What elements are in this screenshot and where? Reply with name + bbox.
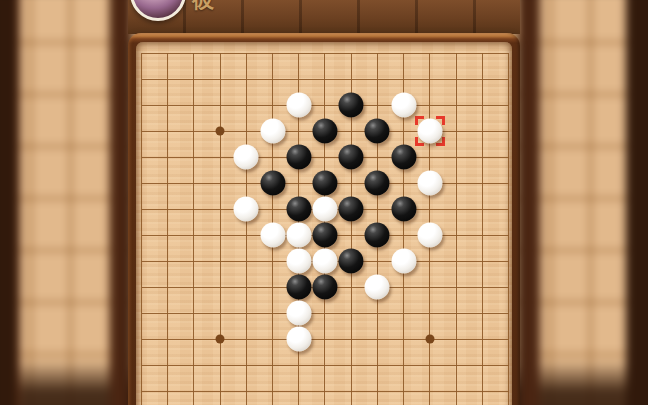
top-bar: 彼 — [128, 0, 520, 34]
stone-black — [312, 171, 337, 196]
grid-line-horizontal — [142, 365, 509, 366]
grid-line-vertical — [246, 53, 247, 405]
stone-white — [312, 249, 337, 274]
stone-white — [391, 249, 416, 274]
star-point — [425, 335, 434, 344]
stone-black — [312, 223, 337, 248]
stone-black — [391, 197, 416, 222]
stone-black — [365, 223, 390, 248]
stone-black — [339, 93, 364, 118]
stone-black — [312, 275, 337, 300]
stone-white — [286, 301, 311, 326]
stone-black — [339, 197, 364, 222]
goban-grid[interactable] — [142, 53, 509, 405]
stone-white — [234, 145, 259, 170]
stone-black — [260, 171, 285, 196]
stone-black — [365, 171, 390, 196]
grid-line-vertical — [193, 53, 194, 405]
opponent-avatar[interactable] — [130, 0, 186, 21]
grid-line-vertical — [482, 53, 483, 405]
star-point — [216, 127, 225, 136]
stone-black — [391, 145, 416, 170]
stone-black — [312, 119, 337, 144]
stone-white — [417, 119, 442, 144]
stone-white — [260, 223, 285, 248]
stone-black — [339, 145, 364, 170]
grid-line-vertical — [220, 53, 221, 405]
stone-white — [391, 93, 416, 118]
stone-black — [286, 275, 311, 300]
grid-line-horizontal — [142, 391, 509, 392]
grid-line-horizontal — [142, 339, 509, 340]
grid-line-vertical — [167, 53, 168, 405]
grid-line-vertical — [456, 53, 457, 405]
stone-white — [417, 171, 442, 196]
star-point — [216, 335, 225, 344]
board-frame — [128, 33, 520, 405]
stone-white — [286, 327, 311, 352]
grid-line-horizontal — [142, 313, 509, 314]
grid-line-vertical — [141, 53, 142, 405]
stone-white — [234, 197, 259, 222]
stone-black — [365, 119, 390, 144]
stone-white — [312, 197, 337, 222]
stone-black — [286, 145, 311, 170]
stone-white — [286, 249, 311, 274]
player-name-label: 彼 — [192, 0, 214, 11]
game-screen: 彼 — [0, 0, 648, 405]
stone-white — [417, 223, 442, 248]
stone-black — [339, 249, 364, 274]
stone-black — [286, 197, 311, 222]
stone-white — [365, 275, 390, 300]
stone-white — [286, 93, 311, 118]
stone-white — [260, 119, 285, 144]
grid-line-vertical — [508, 53, 509, 405]
stone-white — [286, 223, 311, 248]
